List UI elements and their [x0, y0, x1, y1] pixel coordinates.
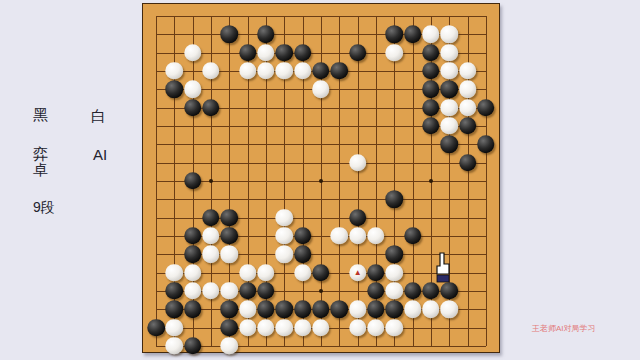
- black-stone[interactable]: [202, 99, 220, 117]
- black-player-name-line2: 卓: [33, 162, 48, 177]
- black-stone[interactable]: [312, 264, 330, 282]
- watermark-text: 王老师AI对局学习: [532, 325, 596, 333]
- white-stone[interactable]: [441, 26, 459, 44]
- white-stone[interactable]: [312, 81, 330, 99]
- white-stone[interactable]: [276, 227, 294, 245]
- white-stone[interactable]: [312, 319, 330, 337]
- black-stone[interactable]: [331, 301, 349, 319]
- white-stone[interactable]: [367, 227, 385, 245]
- white-stone[interactable]: [276, 209, 294, 227]
- hand-cursor-icon: [433, 252, 453, 284]
- white-stone[interactable]: [239, 301, 257, 319]
- white-stone[interactable]: [331, 227, 349, 245]
- grid-line-vertical: [486, 16, 487, 346]
- black-stone[interactable]: [367, 301, 385, 319]
- black-stone[interactable]: [276, 301, 294, 319]
- white-stone[interactable]: [422, 26, 440, 44]
- white-player-label: 白: [91, 108, 106, 123]
- black-stone[interactable]: [386, 26, 404, 44]
- grid-line-horizontal: [156, 199, 486, 200]
- white-stone[interactable]: [404, 301, 422, 319]
- white-stone[interactable]: [221, 282, 239, 300]
- black-stone[interactable]: [294, 227, 312, 245]
- black-stone[interactable]: [331, 62, 349, 80]
- white-stone[interactable]: [441, 117, 459, 135]
- black-stone[interactable]: [441, 136, 459, 154]
- white-stone[interactable]: [276, 62, 294, 80]
- black-stone[interactable]: [367, 264, 385, 282]
- white-stone[interactable]: [166, 337, 184, 355]
- black-stone[interactable]: [257, 26, 275, 44]
- white-stone[interactable]: [386, 264, 404, 282]
- black-stone[interactable]: [166, 301, 184, 319]
- white-stone[interactable]: [441, 99, 459, 117]
- black-stone[interactable]: [441, 81, 459, 99]
- black-stone[interactable]: [459, 154, 477, 172]
- black-stone[interactable]: [422, 44, 440, 62]
- white-stone[interactable]: [184, 264, 202, 282]
- white-stone[interactable]: [349, 227, 367, 245]
- black-stone[interactable]: [184, 227, 202, 245]
- white-stone[interactable]: [276, 246, 294, 264]
- black-stone[interactable]: [422, 117, 440, 135]
- white-stone[interactable]: [386, 319, 404, 337]
- black-stone[interactable]: [184, 246, 202, 264]
- white-stone[interactable]: [459, 99, 477, 117]
- grid-line-vertical: [358, 16, 359, 346]
- black-stone[interactable]: [184, 172, 202, 190]
- white-stone[interactable]: [166, 62, 184, 80]
- black-stone[interactable]: [276, 44, 294, 62]
- white-stone[interactable]: [202, 246, 220, 264]
- black-player-label: 黑: [33, 107, 48, 122]
- white-stone[interactable]: [294, 264, 312, 282]
- black-stone[interactable]: [221, 227, 239, 245]
- white-stone[interactable]: [441, 44, 459, 62]
- black-stone[interactable]: [477, 99, 495, 117]
- black-stone[interactable]: [422, 99, 440, 117]
- white-stone[interactable]: [257, 44, 275, 62]
- white-stone[interactable]: [257, 319, 275, 337]
- black-stone[interactable]: [239, 282, 257, 300]
- black-stone[interactable]: [294, 246, 312, 264]
- white-stone[interactable]: [166, 264, 184, 282]
- black-stone[interactable]: [257, 282, 275, 300]
- star-point: [209, 179, 213, 183]
- black-stone[interactable]: [221, 26, 239, 44]
- grid-line-horizontal: [156, 346, 486, 347]
- black-stone[interactable]: [166, 81, 184, 99]
- black-stone[interactable]: [349, 209, 367, 227]
- white-stone[interactable]: [349, 301, 367, 319]
- black-stone[interactable]: [294, 301, 312, 319]
- white-stone[interactable]: [441, 62, 459, 80]
- white-stone[interactable]: [221, 246, 239, 264]
- black-stone[interactable]: [166, 282, 184, 300]
- black-stone[interactable]: [404, 26, 422, 44]
- white-stone[interactable]: [441, 301, 459, 319]
- white-stone[interactable]: [239, 264, 257, 282]
- white-stone[interactable]: [202, 227, 220, 245]
- white-stone[interactable]: [184, 282, 202, 300]
- black-stone[interactable]: [221, 301, 239, 319]
- white-stone[interactable]: [221, 337, 239, 355]
- white-stone[interactable]: [257, 264, 275, 282]
- black-stone[interactable]: [477, 136, 495, 154]
- black-stone[interactable]: [349, 44, 367, 62]
- black-stone[interactable]: [367, 282, 385, 300]
- black-stone[interactable]: [294, 44, 312, 62]
- black-stone[interactable]: [404, 282, 422, 300]
- black-player-name-line1: 弈: [33, 146, 48, 161]
- white-stone[interactable]: [349, 319, 367, 337]
- black-stone[interactable]: [312, 62, 330, 80]
- white-stone[interactable]: [239, 62, 257, 80]
- white-stone[interactable]: [257, 62, 275, 80]
- black-stone[interactable]: [202, 209, 220, 227]
- black-stone[interactable]: [184, 337, 202, 355]
- white-player-name: AI: [93, 147, 107, 162]
- black-stone[interactable]: [422, 62, 440, 80]
- black-stone[interactable]: [184, 99, 202, 117]
- black-player-rank: 9段: [33, 200, 55, 214]
- black-stone[interactable]: [239, 44, 257, 62]
- black-stone[interactable]: [441, 282, 459, 300]
- star-point: [429, 179, 433, 183]
- black-stone[interactable]: [459, 117, 477, 135]
- white-stone[interactable]: [459, 62, 477, 80]
- white-stone[interactable]: [294, 319, 312, 337]
- white-stone[interactable]: [459, 81, 477, 99]
- white-stone[interactable]: [422, 301, 440, 319]
- black-stone[interactable]: [221, 319, 239, 337]
- black-stone[interactable]: [312, 301, 330, 319]
- white-stone[interactable]: [166, 319, 184, 337]
- black-stone[interactable]: [184, 301, 202, 319]
- black-stone[interactable]: [221, 209, 239, 227]
- star-point: [319, 289, 323, 293]
- white-stone[interactable]: [386, 282, 404, 300]
- white-stone[interactable]: [184, 81, 202, 99]
- white-stone[interactable]: [276, 319, 294, 337]
- white-stone[interactable]: [367, 319, 385, 337]
- white-stone[interactable]: [239, 319, 257, 337]
- black-stone[interactable]: [386, 301, 404, 319]
- white-stone[interactable]: [386, 44, 404, 62]
- black-stone[interactable]: [147, 319, 165, 337]
- black-stone[interactable]: [386, 191, 404, 209]
- black-stone[interactable]: [422, 81, 440, 99]
- white-stone[interactable]: [349, 154, 367, 172]
- go-board[interactable]: ▲: [142, 3, 500, 353]
- black-stone[interactable]: [404, 227, 422, 245]
- black-stone[interactable]: [257, 301, 275, 319]
- black-stone[interactable]: [422, 282, 440, 300]
- last-move-marker: ▲: [353, 269, 363, 277]
- white-stone[interactable]: [202, 282, 220, 300]
- white-stone[interactable]: [202, 62, 220, 80]
- white-stone[interactable]: [294, 62, 312, 80]
- white-stone[interactable]: [184, 44, 202, 62]
- black-stone[interactable]: [386, 246, 404, 264]
- star-point: [319, 179, 323, 183]
